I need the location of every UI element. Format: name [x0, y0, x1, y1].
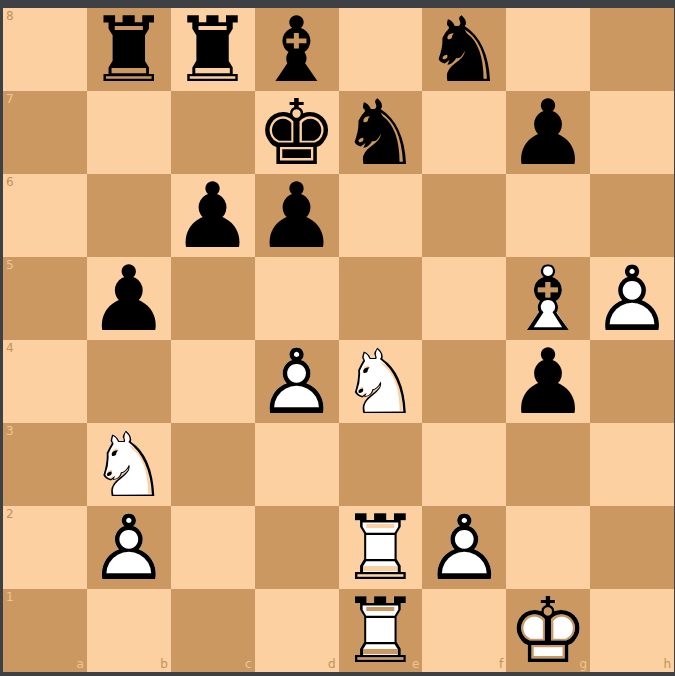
- square-e5[interactable]: [339, 257, 423, 340]
- square-e8[interactable]: [339, 8, 423, 91]
- rook-icon: ♜: [339, 589, 423, 672]
- white-rook-e1[interactable]: ♜♖: [339, 589, 423, 672]
- pawn-icon: ♟: [171, 174, 255, 257]
- black-rook-c8[interactable]: ♜: [171, 8, 255, 91]
- square-b3[interactable]: ♞♘: [87, 423, 171, 506]
- white-pawn-h5[interactable]: ♟♙: [590, 257, 674, 340]
- square-a2[interactable]: 2: [3, 506, 87, 589]
- square-h3[interactable]: [590, 423, 674, 506]
- bishop-icon: ♝: [506, 257, 590, 340]
- square-d6[interactable]: ♟: [255, 174, 339, 257]
- rook-outline-icon: ♖: [339, 506, 423, 589]
- black-pawn-c6[interactable]: ♟: [171, 174, 255, 257]
- black-pawn-d6[interactable]: ♟: [255, 174, 339, 257]
- rook-icon: ♜: [171, 8, 255, 91]
- pawn-outline-icon: ♙: [255, 340, 339, 423]
- square-c5[interactable]: [171, 257, 255, 340]
- rank-label-7: 7: [6, 93, 14, 105]
- rook-icon: ♜: [339, 506, 423, 589]
- square-h5[interactable]: ♟♙: [590, 257, 674, 340]
- white-rook-e2[interactable]: ♜♖: [339, 506, 423, 589]
- square-d2[interactable]: [255, 506, 339, 589]
- square-h6[interactable]: [590, 174, 674, 257]
- square-f8[interactable]: ♞: [422, 8, 506, 91]
- white-knight-b3[interactable]: ♞♘: [87, 423, 171, 506]
- rank-label-2: 2: [6, 508, 14, 520]
- file-label-h: h: [663, 658, 671, 670]
- square-d8[interactable]: ♝: [255, 8, 339, 91]
- pawn-icon: ♟: [255, 174, 339, 257]
- white-pawn-f2[interactable]: ♟♙: [422, 506, 506, 589]
- rook-outline-icon: ♖: [339, 589, 423, 672]
- square-f4[interactable]: [422, 340, 506, 423]
- pawn-icon: ♟: [506, 91, 590, 174]
- knight-outline-icon: ♘: [339, 340, 423, 423]
- king-icon: ♚: [255, 91, 339, 174]
- pawn-outline-icon: ♙: [590, 257, 674, 340]
- square-b5[interactable]: ♟: [87, 257, 171, 340]
- square-g8[interactable]: [506, 8, 590, 91]
- square-b4[interactable]: [87, 340, 171, 423]
- square-c2[interactable]: [171, 506, 255, 589]
- rank-label-8: 8: [6, 10, 14, 22]
- black-king-d7[interactable]: ♚: [255, 91, 339, 174]
- square-b2[interactable]: ♟♙: [87, 506, 171, 589]
- square-g3[interactable]: [506, 423, 590, 506]
- square-g6[interactable]: [506, 174, 590, 257]
- square-c3[interactable]: [171, 423, 255, 506]
- square-c6[interactable]: ♟: [171, 174, 255, 257]
- file-label-f: f: [499, 658, 503, 670]
- black-knight-f8[interactable]: ♞: [422, 8, 506, 91]
- white-pawn-b2[interactable]: ♟♙: [87, 506, 171, 589]
- square-e3[interactable]: [339, 423, 423, 506]
- square-d1[interactable]: d: [255, 589, 339, 672]
- square-h4[interactable]: [590, 340, 674, 423]
- bishop-outline-icon: ♗: [506, 257, 590, 340]
- knight-icon: ♞: [339, 91, 423, 174]
- square-f7[interactable]: [422, 91, 506, 174]
- black-rook-b8[interactable]: ♜: [87, 8, 171, 91]
- square-d7[interactable]: ♚: [255, 91, 339, 174]
- square-a3[interactable]: 3: [3, 423, 87, 506]
- rank-label-6: 6: [6, 176, 14, 188]
- file-label-c: c: [245, 658, 252, 670]
- file-label-g: g: [580, 658, 588, 670]
- square-b6[interactable]: [87, 174, 171, 257]
- pawn-icon: ♟: [87, 257, 171, 340]
- rank-label-5: 5: [6, 259, 14, 271]
- square-g7[interactable]: ♟: [506, 91, 590, 174]
- file-label-a: a: [77, 658, 84, 670]
- square-h8[interactable]: [590, 8, 674, 91]
- pawn-icon: ♟: [422, 506, 506, 589]
- black-knight-e7[interactable]: ♞: [339, 91, 423, 174]
- square-e1[interactable]: e♜♖: [339, 589, 423, 672]
- rank-label-4: 4: [6, 342, 14, 354]
- white-king-g1[interactable]: ♚♔: [506, 589, 590, 672]
- square-f6[interactable]: [422, 174, 506, 257]
- pawn-outline-icon: ♙: [87, 506, 171, 589]
- black-bishop-d8[interactable]: ♝: [255, 8, 339, 91]
- square-g1[interactable]: g♚♔: [506, 589, 590, 672]
- white-pawn-d4[interactable]: ♟♙: [255, 340, 339, 423]
- square-c8[interactable]: ♜: [171, 8, 255, 91]
- pawn-icon: ♟: [506, 340, 590, 423]
- rank-label-1: 1: [6, 591, 14, 603]
- knight-outline-icon: ♘: [87, 423, 171, 506]
- square-a1[interactable]: 1a: [3, 589, 87, 672]
- square-g4[interactable]: ♟: [506, 340, 590, 423]
- knight-icon: ♞: [422, 8, 506, 91]
- white-knight-e4[interactable]: ♞♘: [339, 340, 423, 423]
- black-pawn-g4[interactable]: ♟: [506, 340, 590, 423]
- file-label-d: d: [328, 658, 336, 670]
- square-a4[interactable]: 4: [3, 340, 87, 423]
- square-a6[interactable]: 6: [3, 174, 87, 257]
- pawn-icon: ♟: [255, 340, 339, 423]
- pawn-icon: ♟: [87, 506, 171, 589]
- square-g2[interactable]: [506, 506, 590, 589]
- square-c1[interactable]: c: [171, 589, 255, 672]
- file-label-e: e: [412, 658, 419, 670]
- square-f3[interactable]: [422, 423, 506, 506]
- black-pawn-g7[interactable]: ♟: [506, 91, 590, 174]
- square-c4[interactable]: [171, 340, 255, 423]
- file-label-b: b: [160, 658, 168, 670]
- square-e6[interactable]: [339, 174, 423, 257]
- white-bishop-g5[interactable]: ♝♗: [506, 257, 590, 340]
- knight-icon: ♞: [339, 340, 423, 423]
- king-icon: ♚: [506, 589, 590, 672]
- square-a5[interactable]: 5: [3, 257, 87, 340]
- pawn-outline-icon: ♙: [422, 506, 506, 589]
- chess-board: 8♜♜♝♞7♚♞♟6♟♟5♟♝♗♟♙4♟♙♞♘♟3♞♘2♟♙♜♖♟♙1abcde…: [3, 8, 674, 672]
- square-e7[interactable]: ♞: [339, 91, 423, 174]
- square-d4[interactable]: ♟♙: [255, 340, 339, 423]
- square-g5[interactable]: ♝♗: [506, 257, 590, 340]
- square-f1[interactable]: f: [422, 589, 506, 672]
- knight-icon: ♞: [87, 423, 171, 506]
- square-b8[interactable]: ♜: [87, 8, 171, 91]
- board-frame: 8♜♜♝♞7♚♞♟6♟♟5♟♝♗♟♙4♟♙♞♘♟3♞♘2♟♙♜♖♟♙1abcde…: [0, 0, 675, 676]
- rank-label-3: 3: [6, 425, 14, 437]
- square-h2[interactable]: [590, 506, 674, 589]
- square-h1[interactable]: h: [590, 589, 674, 672]
- square-e4[interactable]: ♞♘: [339, 340, 423, 423]
- square-c7[interactable]: [171, 91, 255, 174]
- bishop-icon: ♝: [255, 8, 339, 91]
- square-a7[interactable]: 7: [3, 91, 87, 174]
- square-e2[interactable]: ♜♖: [339, 506, 423, 589]
- square-b7[interactable]: [87, 91, 171, 174]
- square-f5[interactable]: [422, 257, 506, 340]
- square-d3[interactable]: [255, 423, 339, 506]
- square-a8[interactable]: 8: [3, 8, 87, 91]
- king-outline-icon: ♔: [506, 589, 590, 672]
- rook-icon: ♜: [87, 8, 171, 91]
- square-h7[interactable]: [590, 91, 674, 174]
- black-pawn-b5[interactable]: ♟: [87, 257, 171, 340]
- square-d5[interactable]: [255, 257, 339, 340]
- pawn-icon: ♟: [590, 257, 674, 340]
- square-b1[interactable]: b: [87, 589, 171, 672]
- square-f2[interactable]: ♟♙: [422, 506, 506, 589]
